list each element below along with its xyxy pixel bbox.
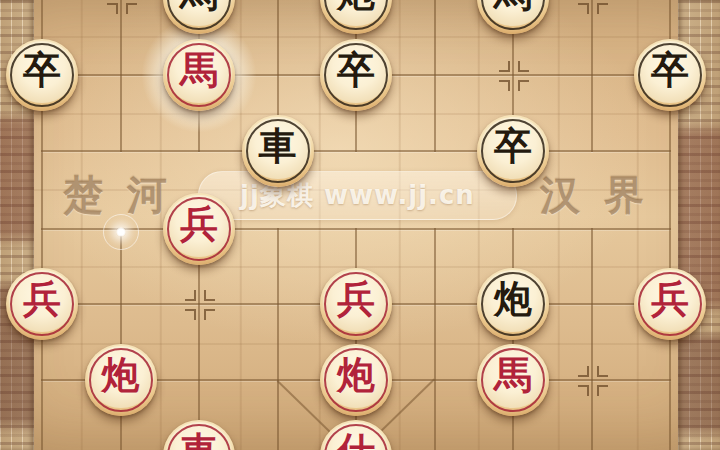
piece-black-cannon[interactable]: 炮 [477,268,549,340]
piece-red-horse[interactable]: 馬 [163,39,235,111]
point-marker [499,61,510,72]
piece-ring [10,43,74,107]
piece-ring [167,0,231,30]
point-marker [597,385,608,396]
piece-red-cannon[interactable]: 炮 [85,344,157,416]
piece-red-pawn[interactable]: 兵 [6,268,78,340]
piece-ring [638,43,702,107]
point-marker [499,80,510,91]
piece-black-pawn[interactable]: 卒 [6,39,78,111]
point-marker [185,290,196,301]
piece-ring [167,43,231,107]
point-marker [597,366,608,377]
point-marker [578,366,589,377]
point-marker [126,3,137,14]
piece-ring [10,272,74,336]
piece-ring [167,197,231,261]
piece-black-pawn[interactable]: 卒 [634,39,706,111]
point-marker [597,3,608,14]
piece-ring [246,119,310,183]
point-marker [578,385,589,396]
piece-red-cannon[interactable]: 炮 [320,344,392,416]
point-marker [185,309,196,320]
piece-red-pawn[interactable]: 兵 [634,268,706,340]
point-marker [204,309,215,320]
piece-ring [324,272,388,336]
piece-black-pawn[interactable]: 卒 [477,115,549,187]
piece-ring [324,424,388,450]
piece-ring [481,348,545,412]
piece-red-pawn[interactable]: 兵 [163,193,235,265]
piece-ring [324,348,388,412]
piece-red-horse[interactable]: 馬 [477,344,549,416]
move-indicator-dot [116,227,126,237]
piece-ring [481,0,545,30]
piece-ring [324,0,388,30]
xiangqi-board[interactable]: 楚河 汉界 jj象棋 www.jj.cn 馬炮馬卒馬卒卒車卒兵兵兵炮兵炮炮馬車仕 [0,0,720,450]
point-marker [107,3,118,14]
piece-ring [481,119,545,183]
piece-ring [89,348,153,412]
point-marker [518,61,529,72]
point-marker [204,290,215,301]
piece-ring [481,272,545,336]
piece-black-chariot[interactable]: 車 [242,115,314,187]
river-label-han-jie: 汉界 [540,168,668,223]
piece-ring [167,424,231,450]
piece-red-pawn[interactable]: 兵 [320,268,392,340]
piece-ring [638,272,702,336]
watermark-pill: jj象棋 www.jj.cn [198,171,517,220]
point-marker [518,80,529,91]
point-marker [578,3,589,14]
piece-black-pawn[interactable]: 卒 [320,39,392,111]
piece-ring [324,43,388,107]
